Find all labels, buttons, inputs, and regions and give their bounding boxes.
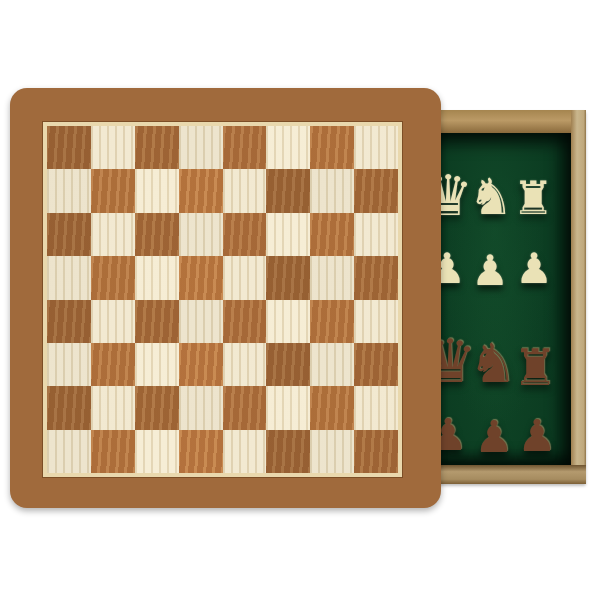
white-pawn[interactable]: ♟ [471,250,509,292]
drawer-felt-lining: ♛♞♜♟♟♟♛♞♜♟♟♟ [432,133,571,465]
board-square[interactable] [179,300,223,343]
board-square[interactable] [354,343,398,386]
board-square[interactable] [266,213,310,256]
board-square[interactable] [179,169,223,212]
board-square[interactable] [223,213,267,256]
board-square[interactable] [310,169,354,212]
board-square[interactable] [179,386,223,429]
board-square[interactable] [135,126,179,169]
board-square[interactable] [135,343,179,386]
chess-set-photo: ♛♞♜♟♟♟♛♞♜♟♟♟ [0,0,600,600]
board-square[interactable] [354,256,398,299]
board-square[interactable] [135,213,179,256]
board-square[interactable] [91,386,135,429]
board-square[interactable] [223,343,267,386]
chess-board-box-lid [10,88,441,508]
board-square[interactable] [354,430,398,473]
board-square[interactable] [47,300,91,343]
board-square[interactable] [310,430,354,473]
board-square[interactable] [91,213,135,256]
drawer-right-rim [571,110,586,484]
board-square[interactable] [135,300,179,343]
drawer-bottom-rim [430,465,586,484]
board-square[interactable] [179,213,223,256]
board-square[interactable] [179,430,223,473]
board-square[interactable] [47,169,91,212]
board-square[interactable] [266,430,310,473]
board-square[interactable] [47,430,91,473]
board-square[interactable] [223,169,267,212]
board-square[interactable] [47,343,91,386]
board-square[interactable] [47,213,91,256]
board-square[interactable] [179,256,223,299]
white-rook[interactable]: ♜ [512,175,553,221]
board-square[interactable] [179,343,223,386]
board-square[interactable] [223,300,267,343]
board-square[interactable] [266,386,310,429]
board-square[interactable] [91,343,135,386]
board-square[interactable] [354,386,398,429]
board-square[interactable] [310,256,354,299]
dark-pawn[interactable]: ♟ [474,415,513,459]
board-square[interactable] [179,126,223,169]
board-square[interactable] [47,126,91,169]
board-square[interactable] [47,386,91,429]
board-square[interactable] [266,126,310,169]
board-square[interactable] [310,126,354,169]
white-knight[interactable]: ♞ [469,172,514,222]
board-square[interactable] [354,300,398,343]
board-square[interactable] [223,126,267,169]
board-square[interactable] [266,256,310,299]
board-square[interactable] [91,169,135,212]
board-square[interactable] [47,256,91,299]
board-square[interactable] [266,343,310,386]
board-square[interactable] [135,169,179,212]
board-square[interactable] [135,386,179,429]
board-square[interactable] [310,213,354,256]
board-square[interactable] [266,169,310,212]
board-square[interactable] [310,300,354,343]
board-square[interactable] [91,256,135,299]
board-square[interactable] [135,256,179,299]
board-square[interactable] [223,256,267,299]
board-square[interactable] [91,300,135,343]
board-square[interactable] [91,126,135,169]
drawer-top-rim [430,110,586,133]
board-square[interactable] [266,300,310,343]
board-square[interactable] [223,386,267,429]
board-square[interactable] [223,430,267,473]
board-square[interactable] [310,386,354,429]
dark-rook[interactable]: ♜ [513,343,558,393]
board-square[interactable] [310,343,354,386]
board-square[interactable] [91,430,135,473]
board-square[interactable] [354,169,398,212]
white-pawn[interactable]: ♟ [515,248,553,290]
board-square[interactable] [135,430,179,473]
dark-knight[interactable]: ♞ [469,337,517,391]
board-square[interactable] [354,126,398,169]
board-playing-field [43,122,402,477]
dark-pawn[interactable]: ♟ [517,414,556,458]
board-square[interactable] [354,213,398,256]
storage-drawer[interactable]: ♛♞♜♟♟♟♛♞♜♟♟♟ [430,110,586,484]
